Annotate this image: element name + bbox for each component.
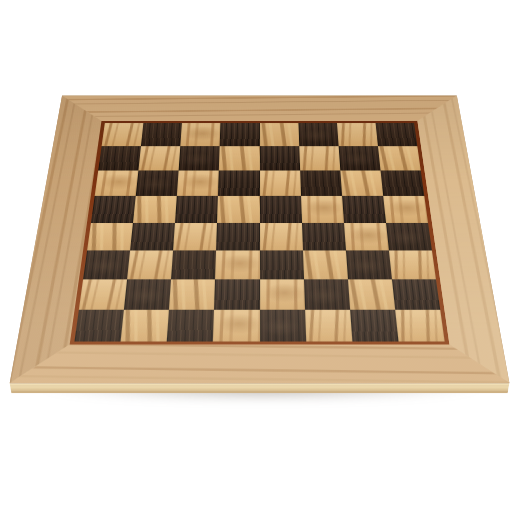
square-d1 bbox=[213, 309, 259, 341]
chessboard bbox=[9, 95, 509, 382]
square-a5 bbox=[91, 196, 136, 222]
square-f4 bbox=[301, 222, 345, 250]
square-f3 bbox=[302, 250, 347, 279]
square-h1 bbox=[394, 309, 444, 341]
square-a2 bbox=[78, 279, 126, 309]
mahogany-inlay-border bbox=[69, 120, 449, 344]
square-b1 bbox=[120, 309, 168, 341]
square-e5 bbox=[259, 196, 301, 222]
square-e8 bbox=[259, 123, 298, 146]
square-h8 bbox=[375, 123, 417, 146]
square-f7 bbox=[298, 146, 339, 170]
square-g2 bbox=[347, 279, 394, 309]
square-e3 bbox=[259, 250, 303, 279]
square-g3 bbox=[345, 250, 391, 279]
square-a1 bbox=[74, 309, 124, 341]
square-h7 bbox=[377, 146, 420, 170]
square-g4 bbox=[343, 222, 388, 250]
square-g7 bbox=[338, 146, 380, 170]
square-b6 bbox=[135, 170, 178, 195]
square-b8 bbox=[141, 123, 182, 146]
square-h2 bbox=[391, 279, 439, 309]
square-b2 bbox=[124, 279, 171, 309]
square-d2 bbox=[214, 279, 259, 309]
square-d8 bbox=[220, 123, 259, 146]
square-f2 bbox=[303, 279, 349, 309]
square-c4 bbox=[173, 222, 217, 250]
square-f1 bbox=[304, 309, 351, 341]
square-a8 bbox=[101, 123, 143, 146]
square-d7 bbox=[219, 146, 259, 170]
square-g1 bbox=[349, 309, 397, 341]
square-c7 bbox=[178, 146, 219, 170]
square-h3 bbox=[388, 250, 435, 279]
square-f5 bbox=[300, 196, 343, 222]
square-e7 bbox=[259, 146, 299, 170]
square-d4 bbox=[216, 222, 259, 250]
square-f8 bbox=[298, 123, 338, 146]
square-b4 bbox=[130, 222, 175, 250]
square-g8 bbox=[336, 123, 377, 146]
square-h4 bbox=[385, 222, 431, 250]
square-d5 bbox=[217, 196, 259, 222]
square-d6 bbox=[218, 170, 259, 195]
board-grid bbox=[74, 123, 444, 341]
square-h5 bbox=[383, 196, 428, 222]
square-g5 bbox=[341, 196, 385, 222]
square-g6 bbox=[340, 170, 383, 195]
square-a7 bbox=[98, 146, 141, 170]
square-b3 bbox=[127, 250, 173, 279]
square-a6 bbox=[94, 170, 138, 195]
square-h6 bbox=[380, 170, 424, 195]
square-e4 bbox=[259, 222, 302, 250]
square-e6 bbox=[259, 170, 300, 195]
square-d3 bbox=[215, 250, 259, 279]
square-c5 bbox=[175, 196, 218, 222]
square-f6 bbox=[299, 170, 341, 195]
square-a4 bbox=[87, 222, 133, 250]
square-c2 bbox=[169, 279, 215, 309]
square-b7 bbox=[138, 146, 180, 170]
product-photo-scene bbox=[0, 0, 520, 520]
square-e2 bbox=[259, 279, 304, 309]
square-c8 bbox=[180, 123, 220, 146]
square-a3 bbox=[83, 250, 130, 279]
square-e1 bbox=[259, 309, 305, 341]
square-c1 bbox=[166, 309, 213, 341]
square-c6 bbox=[177, 170, 219, 195]
square-c3 bbox=[171, 250, 216, 279]
board-front-edge bbox=[9, 383, 509, 393]
square-b5 bbox=[133, 196, 177, 222]
